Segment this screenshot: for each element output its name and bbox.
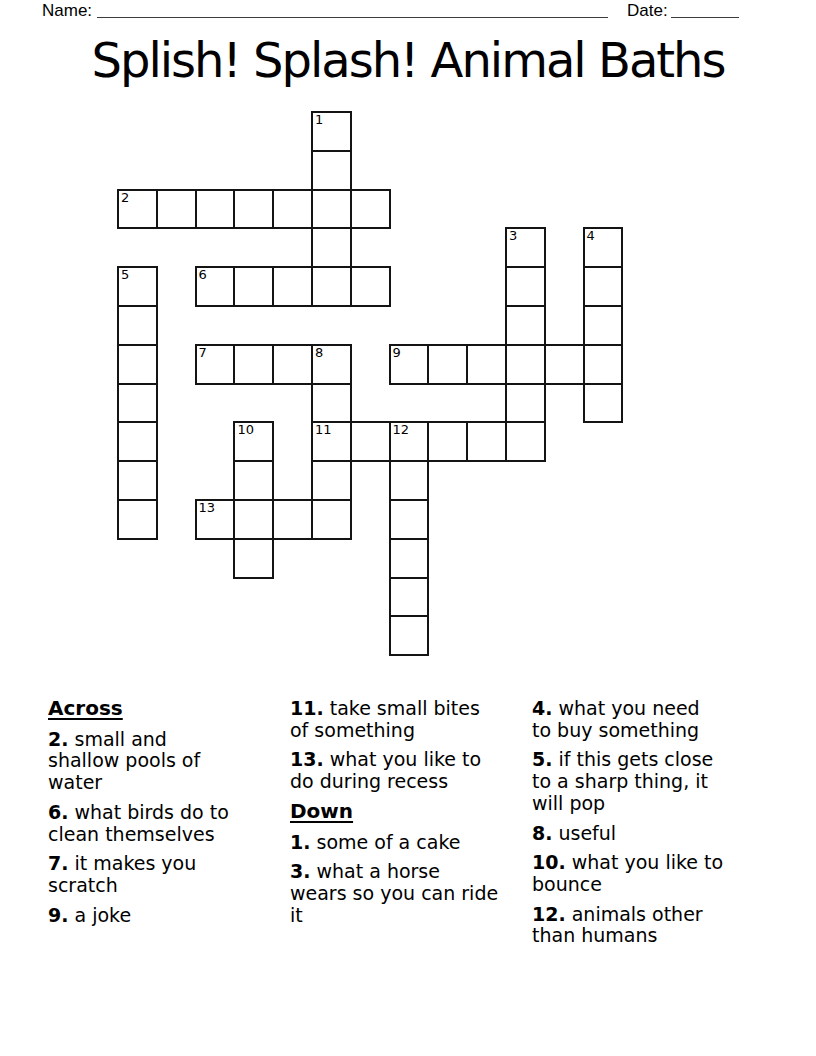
grid-cell-r4c6[interactable] [350, 266, 391, 307]
clue-down-4-text: what you need to buy something [532, 697, 700, 741]
grid-cell-r10c7[interactable] [389, 499, 430, 540]
grid-cell-r10c3[interactable] [233, 499, 274, 540]
grid-cell-r0c5[interactable]: 1 [311, 111, 352, 152]
clue-column-2: 11. take small bites of something13. wha… [290, 698, 530, 934]
clue-down-5-text: if this gets close to a sharp thing, it … [532, 748, 713, 813]
clue-down-4: 4. what you need to buy something [532, 698, 782, 741]
grid-cell-r2c2[interactable] [195, 189, 236, 230]
grid-cell-r2c5[interactable] [311, 189, 352, 230]
clue-across-6-text: what birds do to clean themselves [48, 801, 229, 845]
clue-down-1-text: some of a cake [310, 831, 460, 853]
clue-across-13: 13. what you like to do during recess [290, 749, 530, 792]
grid-cell-r6c7[interactable]: 9 [389, 344, 430, 385]
grid-cell-r4c2[interactable]: 6 [195, 266, 236, 307]
grid-cell-r6c9[interactable] [466, 344, 507, 385]
grid-cell-r1c5[interactable] [311, 150, 352, 191]
grid-cell-r4c12[interactable] [583, 266, 624, 307]
grid-cell-r9c3[interactable] [233, 460, 274, 501]
clue-number-label-2: 2 [121, 191, 129, 205]
grid-cell-r6c0[interactable] [117, 344, 158, 385]
grid-cell-r6c10[interactable] [505, 344, 546, 385]
clue-down-8: 8. useful [532, 823, 782, 845]
across-heading: Across [48, 698, 298, 720]
grid-cell-r8c10[interactable] [505, 421, 546, 462]
grid-cell-r9c7[interactable] [389, 460, 430, 501]
grid-cell-r4c3[interactable] [233, 266, 274, 307]
crossword-grid: 12345678910111213 [117, 111, 624, 657]
grid-cell-r3c12[interactable]: 4 [583, 227, 624, 268]
grid-cell-r4c5[interactable] [311, 266, 352, 307]
grid-cell-r8c5[interactable]: 11 [311, 421, 352, 462]
clue-down-5: 5. if this gets close to a sharp thing, … [532, 749, 782, 814]
clue-number-label-10: 10 [237, 423, 254, 437]
clue-across-6: 6. what birds do to clean themselves [48, 802, 298, 845]
clue-across-11: 11. take small bites of something [290, 698, 530, 741]
grid-cell-r8c8[interactable] [427, 421, 468, 462]
clue-down-12-number: 12. [532, 903, 566, 925]
clue-down-1: 1. some of a cake [290, 832, 530, 854]
clue-across-6-number: 6. [48, 801, 68, 823]
grid-cell-r2c3[interactable] [233, 189, 274, 230]
clue-across-2: 2. small and shallow pools of water [48, 729, 298, 794]
grid-cell-r2c6[interactable] [350, 189, 391, 230]
clue-column-3: 4. what you need to buy something5. if t… [532, 698, 782, 955]
clue-down-12: 12. animals other than humans [532, 904, 782, 947]
clue-across-9-number: 9. [48, 904, 68, 926]
clue-down-8-number: 8. [532, 822, 552, 844]
clue-down-10-number: 10. [532, 851, 566, 873]
clue-down-1-number: 1. [290, 831, 310, 853]
clue-across-7-text: it makes you scratch [48, 852, 196, 896]
clue-number-label-12: 12 [393, 423, 410, 437]
grid-cell-r2c1[interactable] [156, 189, 197, 230]
clue-number-label-5: 5 [121, 268, 129, 282]
clue-down-3: 3. what a horse wears so you can ride it [290, 861, 530, 926]
grid-cell-r7c5[interactable] [311, 383, 352, 424]
date-input-line[interactable] [671, 0, 739, 18]
grid-cell-r6c11[interactable] [544, 344, 585, 385]
grid-cell-r6c12[interactable] [583, 344, 624, 385]
date-label: Date: [627, 1, 668, 21]
grid-cell-r6c4[interactable] [272, 344, 313, 385]
grid-cell-r4c0[interactable]: 5 [117, 266, 158, 307]
clue-number-label-8: 8 [315, 346, 323, 360]
grid-cell-r10c0[interactable] [117, 499, 158, 540]
grid-cell-r10c4[interactable] [272, 499, 313, 540]
grid-cell-r8c0[interactable] [117, 421, 158, 462]
clue-down-8-text: useful [552, 822, 616, 844]
clue-down-5-number: 5. [532, 748, 552, 770]
clue-across-2-number: 2. [48, 728, 68, 750]
down-heading: Down [290, 801, 530, 823]
clue-number-label-11: 11 [315, 423, 332, 437]
grid-cell-r9c5[interactable] [311, 460, 352, 501]
clue-across-9: 9. a joke [48, 905, 298, 927]
clue-down-3-text: what a horse wears so you can ride it [290, 860, 498, 925]
grid-cell-r2c4[interactable] [272, 189, 313, 230]
grid-cell-r5c10[interactable] [505, 305, 546, 346]
name-label: Name: [42, 1, 92, 21]
clue-across-2-text: small and shallow pools of water [48, 728, 200, 793]
clue-number-label-1: 1 [315, 113, 323, 127]
clue-down-4-number: 4. [532, 697, 552, 719]
clue-number-label-9: 9 [393, 346, 401, 360]
clue-number-label-4: 4 [587, 229, 595, 243]
grid-cell-r4c4[interactable] [272, 266, 313, 307]
grid-cell-r10c2[interactable]: 13 [195, 499, 236, 540]
grid-cell-r7c0[interactable] [117, 383, 158, 424]
grid-cell-r5c12[interactable] [583, 305, 624, 346]
grid-cell-r4c10[interactable] [505, 266, 546, 307]
grid-cell-r6c3[interactable] [233, 344, 274, 385]
grid-cell-r8c6[interactable] [350, 421, 391, 462]
grid-cell-r5c0[interactable] [117, 305, 158, 346]
clue-number-label-7: 7 [199, 346, 207, 360]
grid-cell-r7c12[interactable] [583, 383, 624, 424]
grid-cell-r11c3[interactable] [233, 538, 274, 579]
grid-cell-r6c2[interactable]: 7 [195, 344, 236, 385]
grid-cell-r10c5[interactable] [311, 499, 352, 540]
clue-across-7: 7. it makes you scratch [48, 853, 298, 896]
name-input-line[interactable] [97, 0, 608, 18]
clue-number-label-13: 13 [199, 501, 216, 515]
clue-number-label-3: 3 [509, 229, 517, 243]
clue-across-9-text: a joke [68, 904, 131, 926]
clue-across-11-number: 11. [290, 697, 324, 719]
grid-cell-r8c7[interactable]: 12 [389, 421, 430, 462]
grid-cell-r6c5[interactable]: 8 [311, 344, 352, 385]
clue-across-7-number: 7. [48, 852, 68, 874]
grid-cell-r7c10[interactable] [505, 383, 546, 424]
clue-down-3-number: 3. [290, 860, 310, 882]
grid-cell-r3c5[interactable] [311, 227, 352, 268]
grid-cell-r2c0[interactable]: 2 [117, 189, 158, 230]
grid-cell-r8c3[interactable]: 10 [233, 421, 274, 462]
clue-across-13-number: 13. [290, 748, 324, 770]
grid-cell-r11c7[interactable] [389, 538, 430, 579]
puzzle-title: Splish! Splash! Animal Baths [0, 30, 816, 90]
clue-down-10: 10. what you like to bounce [532, 852, 782, 895]
grid-cell-r9c0[interactable] [117, 460, 158, 501]
grid-cell-r13c7[interactable] [389, 615, 430, 656]
clue-number-label-6: 6 [199, 268, 207, 282]
grid-cell-r8c9[interactable] [466, 421, 507, 462]
grid-cell-r6c8[interactable] [427, 344, 468, 385]
clue-column-1: Across2. small and shallow pools of wate… [48, 698, 298, 934]
grid-cell-r3c10[interactable]: 3 [505, 227, 546, 268]
grid-cell-r12c7[interactable] [389, 577, 430, 618]
